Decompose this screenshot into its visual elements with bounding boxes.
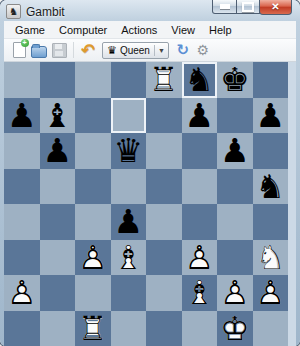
square-h1[interactable]	[253, 311, 289, 346]
square-h5[interactable]: ♞	[253, 169, 289, 205]
black-knight-h5[interactable]: ♞	[255, 170, 285, 203]
square-c1[interactable]: ♖	[75, 311, 111, 346]
window-title: Gambit	[26, 5, 65, 19]
square-g2[interactable]: ♙	[217, 275, 253, 311]
square-a2[interactable]: ♙	[4, 275, 40, 311]
queen-crown-icon: ♛	[107, 45, 117, 56]
caption-buttons: ✕	[213, 0, 292, 15]
square-b1[interactable]	[40, 311, 76, 346]
white-pawn-h2[interactable]: ♙	[255, 276, 285, 309]
white-pawn-f3[interactable]: ♙	[184, 241, 214, 274]
white-bishop-d3[interactable]: ♗	[113, 241, 143, 274]
chevron-down-icon: ▼	[154, 45, 165, 56]
square-b4[interactable]	[40, 204, 76, 240]
square-g7[interactable]	[217, 98, 253, 134]
menu-bar: Game Computer Actions View Help	[4, 21, 296, 39]
board-area: ♖♞♚♟♝♟♟♟♛♟♞♟♙♗♙♘♙♗♙♙♖♔	[4, 62, 296, 346]
swap-sides-icon: ↻	[177, 43, 190, 58]
square-e5[interactable]	[146, 169, 182, 205]
square-g1[interactable]: ♔	[217, 311, 253, 346]
toolbar: + ↶ ♛ Queen ▼ ↻ ⚙	[4, 39, 296, 62]
save-button[interactable]	[49, 41, 69, 59]
minimize-icon	[220, 4, 230, 9]
menu-help[interactable]: Help	[202, 23, 239, 37]
square-h2[interactable]: ♙	[253, 275, 289, 311]
white-pawn-a2[interactable]: ♙	[7, 276, 37, 309]
close-button[interactable]: ✕	[259, 0, 292, 15]
square-g6[interactable]: ♟	[217, 133, 253, 169]
black-knight-f8[interactable]: ♞	[184, 63, 214, 96]
square-d8[interactable]	[111, 62, 147, 98]
square-d3[interactable]: ♗	[111, 240, 147, 276]
square-b6[interactable]: ♟	[40, 133, 76, 169]
square-h6[interactable]	[253, 133, 289, 169]
black-king-g8[interactable]: ♚	[220, 63, 250, 96]
square-a6[interactable]	[4, 133, 40, 169]
undo-button[interactable]: ↶	[78, 41, 98, 59]
square-e3[interactable]	[146, 240, 182, 276]
save-floppy-icon	[52, 43, 67, 58]
white-bishop-f2[interactable]: ♗	[184, 276, 214, 309]
square-f6[interactable]	[182, 133, 218, 169]
black-pawn-b6[interactable]: ♟	[42, 134, 72, 167]
square-g5[interactable]	[217, 169, 253, 205]
square-e7[interactable]	[146, 98, 182, 134]
square-h4[interactable]	[253, 204, 289, 240]
minimize-button[interactable]	[212, 0, 237, 14]
square-c2[interactable]	[75, 275, 111, 311]
square-f7[interactable]: ♟	[182, 98, 218, 134]
white-pawn-g2[interactable]: ♙	[220, 276, 250, 309]
white-rook-e8[interactable]: ♖	[149, 63, 179, 96]
promotion-label: Queen	[120, 45, 150, 56]
black-pawn-f7[interactable]: ♟	[184, 99, 214, 132]
menu-view[interactable]: View	[164, 23, 202, 37]
square-d1[interactable]	[111, 311, 147, 346]
square-a7[interactable]: ♟	[4, 98, 40, 134]
square-c7[interactable]	[75, 98, 111, 134]
square-a1[interactable]	[4, 311, 40, 346]
black-queen-d6[interactable]: ♛	[113, 134, 143, 167]
new-game-icon: +	[13, 42, 26, 58]
square-c4[interactable]	[75, 204, 111, 240]
menu-game[interactable]: Game	[8, 23, 52, 37]
square-e2[interactable]	[146, 275, 182, 311]
menu-computer[interactable]: Computer	[52, 23, 114, 37]
settings-button[interactable]: ⚙	[193, 41, 213, 59]
white-rook-c1[interactable]: ♖	[78, 312, 108, 345]
square-b5[interactable]	[40, 169, 76, 205]
chess-board: ♖♞♚♟♝♟♟♟♛♟♞♟♙♗♙♘♙♗♙♙♖♔	[4, 62, 288, 346]
swap-sides-button[interactable]: ↻	[173, 41, 193, 59]
square-b3[interactable]	[40, 240, 76, 276]
square-c5[interactable]	[75, 169, 111, 205]
square-f4[interactable]	[182, 204, 218, 240]
square-c8[interactable]	[75, 62, 111, 98]
square-e6[interactable]	[146, 133, 182, 169]
square-d2[interactable]	[111, 275, 147, 311]
black-pawn-a7[interactable]: ♟	[7, 99, 37, 132]
square-c3[interactable]: ♙	[75, 240, 111, 276]
new-game-button[interactable]: +	[9, 41, 29, 59]
open-folder-icon	[31, 46, 47, 58]
black-pawn-g6[interactable]: ♟	[220, 134, 250, 167]
square-b8[interactable]	[40, 62, 76, 98]
gear-icon: ⚙	[197, 43, 210, 57]
square-e8[interactable]: ♖	[146, 62, 182, 98]
square-b7[interactable]: ♝	[40, 98, 76, 134]
square-d7[interactable]	[111, 98, 147, 134]
maximize-button[interactable]	[236, 0, 260, 14]
square-a4[interactable]	[4, 204, 40, 240]
square-d6[interactable]: ♛	[111, 133, 147, 169]
promotion-select[interactable]: ♛ Queen ▼	[102, 42, 169, 59]
square-h8[interactable]	[253, 62, 289, 98]
black-pawn-h7[interactable]: ♟	[255, 99, 285, 132]
open-button[interactable]	[29, 41, 49, 59]
square-g3[interactable]	[217, 240, 253, 276]
square-f2[interactable]: ♗	[182, 275, 218, 311]
square-a3[interactable]	[4, 240, 40, 276]
app-icon: ♞	[6, 4, 21, 19]
undo-arrow-icon: ↶	[81, 42, 95, 59]
white-king-g1[interactable]: ♔	[220, 312, 250, 345]
app-window: ♞ Gambit ✕ Game Computer Actions View He…	[0, 0, 300, 346]
square-f3[interactable]: ♙	[182, 240, 218, 276]
square-f5[interactable]	[182, 169, 218, 205]
square-h3[interactable]: ♘	[253, 240, 289, 276]
square-h7[interactable]: ♟	[253, 98, 289, 134]
square-d4[interactable]: ♟	[111, 204, 147, 240]
square-d5[interactable]	[111, 169, 147, 205]
maximize-icon	[242, 2, 254, 12]
title-bar[interactable]: ♞ Gambit ✕	[0, 0, 300, 21]
square-f8[interactable]: ♞	[182, 62, 218, 98]
square-e4[interactable]	[146, 204, 182, 240]
square-a5[interactable]	[4, 169, 40, 205]
white-pawn-c3[interactable]: ♙	[78, 241, 108, 274]
close-icon: ✕	[271, 2, 279, 12]
square-f1[interactable]	[182, 311, 218, 346]
square-c6[interactable]	[75, 133, 111, 169]
black-bishop-b7[interactable]: ♝	[42, 99, 72, 132]
square-e1[interactable]	[146, 311, 182, 346]
black-pawn-d4[interactable]: ♟	[113, 205, 143, 238]
square-g8[interactable]: ♚	[217, 62, 253, 98]
white-knight-h3[interactable]: ♘	[255, 241, 285, 274]
menu-actions[interactable]: Actions	[114, 23, 164, 37]
square-a8[interactable]	[4, 62, 40, 98]
square-b2[interactable]	[40, 275, 76, 311]
toolbar-separator	[73, 42, 74, 58]
square-g4[interactable]	[217, 204, 253, 240]
